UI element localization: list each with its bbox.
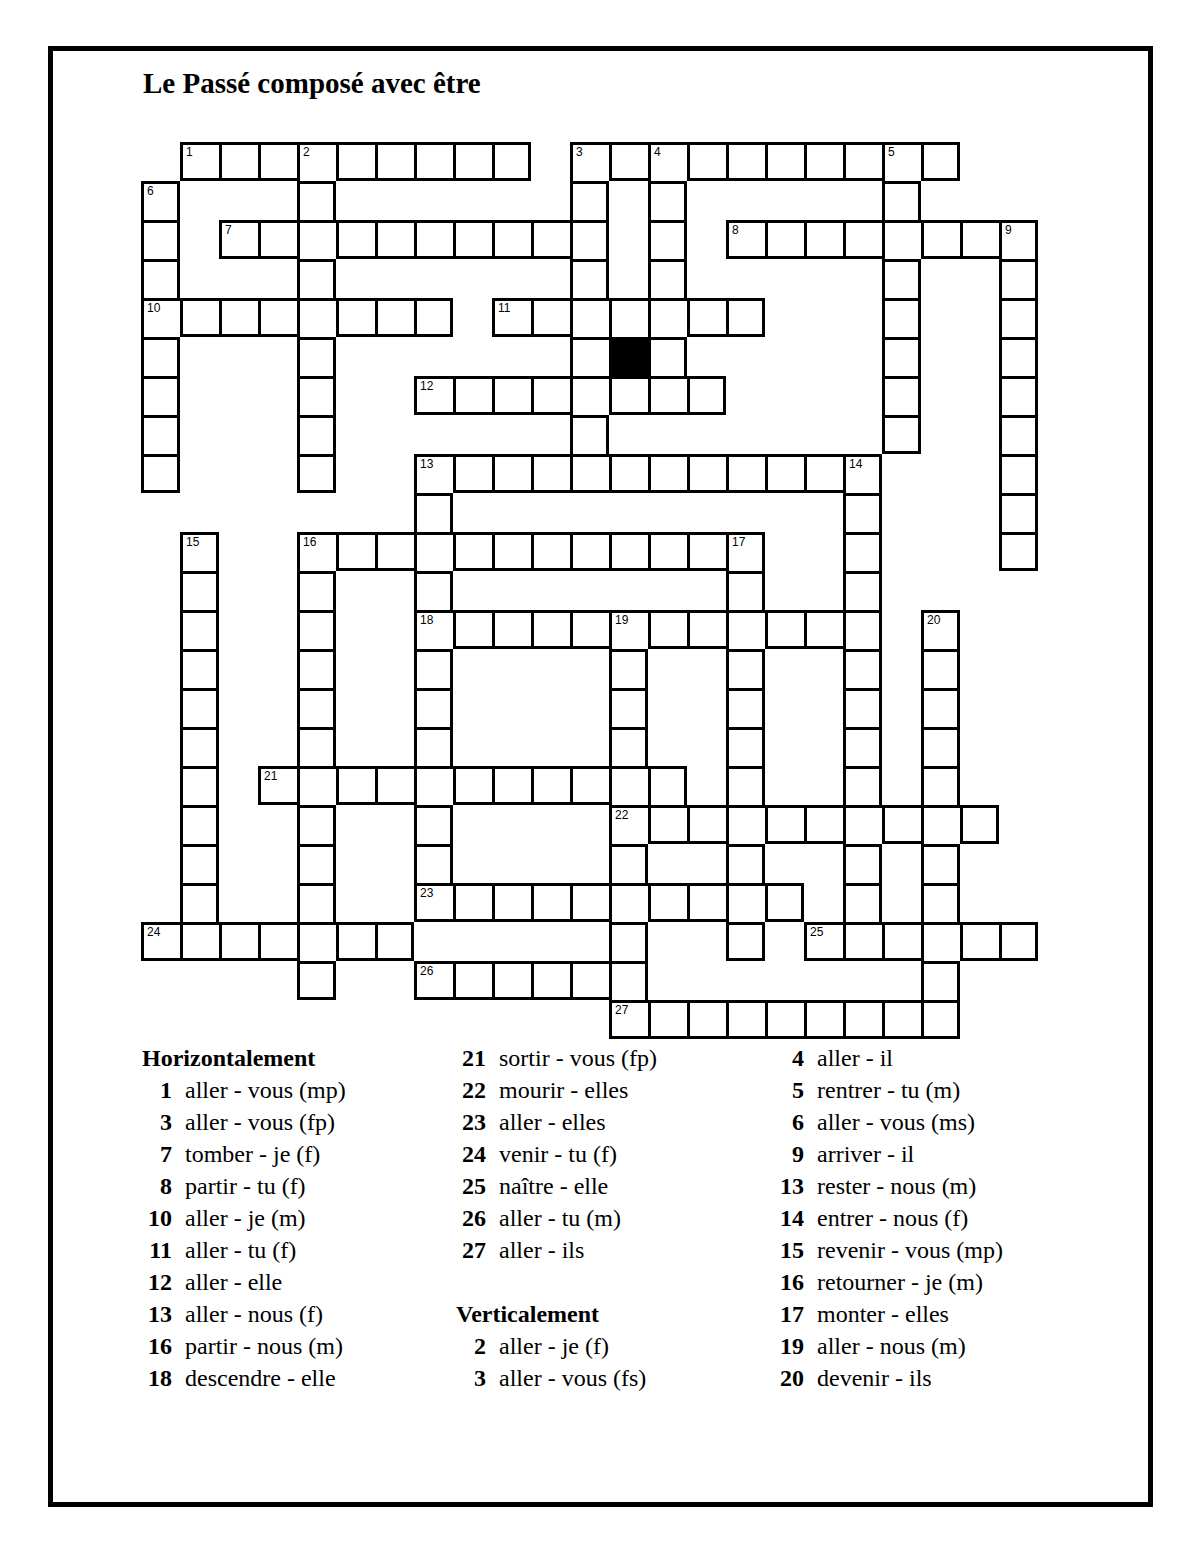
- grid-cell[interactable]: [882, 181, 921, 220]
- clue-text: aller - tu (f): [185, 1237, 296, 1263]
- grid-cell[interactable]: [180, 883, 219, 922]
- grid-cell[interactable]: [219, 142, 258, 181]
- grid-cell[interactable]: 20: [921, 610, 960, 649]
- clue-number: 8: [142, 1170, 172, 1202]
- grid-cell[interactable]: [843, 1000, 882, 1039]
- grid-cell[interactable]: [726, 1000, 765, 1039]
- grid-cell[interactable]: [960, 220, 999, 259]
- grid-cell[interactable]: [180, 805, 219, 844]
- grid-cell[interactable]: 2: [297, 142, 336, 181]
- grid-cell[interactable]: 3: [570, 142, 609, 181]
- grid-cell[interactable]: [843, 571, 882, 610]
- grid-cell[interactable]: [219, 298, 258, 337]
- grid-cell[interactable]: [297, 922, 336, 961]
- grid-cell[interactable]: [609, 454, 648, 493]
- clue-text: aller - elles: [499, 1109, 606, 1135]
- grid-number: 8: [732, 223, 739, 238]
- grid-cell[interactable]: 23: [414, 883, 453, 922]
- grid-cell[interactable]: [570, 181, 609, 220]
- clue-text: aller - nous (m): [817, 1333, 966, 1359]
- grid-cell[interactable]: [999, 376, 1038, 415]
- grid-number: 12: [420, 379, 433, 394]
- grid-cell[interactable]: [414, 493, 453, 532]
- grid-cell[interactable]: [297, 376, 336, 415]
- grid-cell[interactable]: [258, 142, 297, 181]
- grid-cell[interactable]: [843, 649, 882, 688]
- clue-number: 13: [774, 1170, 804, 1202]
- grid-number: 5: [888, 145, 895, 160]
- grid-cell[interactable]: [726, 766, 765, 805]
- grid-cell[interactable]: [921, 883, 960, 922]
- grid-cell[interactable]: [648, 805, 687, 844]
- grid-cell[interactable]: [531, 961, 570, 1000]
- grid-cell[interactable]: [570, 298, 609, 337]
- grid-cell[interactable]: [531, 220, 570, 259]
- grid-cell[interactable]: [414, 298, 453, 337]
- grid-cell[interactable]: [687, 298, 726, 337]
- grid-number: 10: [147, 301, 160, 316]
- grid-cell[interactable]: [765, 220, 804, 259]
- grid-cell[interactable]: [726, 142, 765, 181]
- grid-cell[interactable]: [141, 337, 180, 376]
- grid-cell[interactable]: [453, 766, 492, 805]
- grid-cell[interactable]: [921, 922, 960, 961]
- clue-item: 24venir - tu (f): [456, 1138, 657, 1170]
- grid-cell[interactable]: [921, 805, 960, 844]
- grid-cell[interactable]: [648, 883, 687, 922]
- grid-cell[interactable]: [726, 688, 765, 727]
- grid-cell[interactable]: [375, 532, 414, 571]
- grid-cell[interactable]: [921, 649, 960, 688]
- grid-cell[interactable]: [414, 532, 453, 571]
- grid-cell[interactable]: 4: [648, 142, 687, 181]
- grid-cell[interactable]: [180, 571, 219, 610]
- grid-cell[interactable]: [726, 805, 765, 844]
- grid-cell[interactable]: [843, 688, 882, 727]
- grid-cell[interactable]: [453, 142, 492, 181]
- grid-cell[interactable]: [453, 532, 492, 571]
- clue-item: 2aller - je (f): [456, 1330, 657, 1362]
- grid-cell[interactable]: [648, 766, 687, 805]
- grid-cell[interactable]: [999, 337, 1038, 376]
- grid-cell[interactable]: 11: [492, 298, 531, 337]
- grid-cell[interactable]: [921, 727, 960, 766]
- grid-cell[interactable]: [336, 142, 375, 181]
- clue-text: monter - elles: [817, 1301, 949, 1327]
- clue-number: 19: [774, 1330, 804, 1362]
- grid-cell[interactable]: [453, 220, 492, 259]
- grid-cell[interactable]: [843, 922, 882, 961]
- grid-cell[interactable]: [297, 961, 336, 1000]
- grid-cell[interactable]: [297, 571, 336, 610]
- grid-cell[interactable]: [531, 532, 570, 571]
- grid-cell[interactable]: 8: [726, 220, 765, 259]
- grid-cell[interactable]: [882, 259, 921, 298]
- grid-cell[interactable]: [453, 883, 492, 922]
- grid-cell[interactable]: [570, 259, 609, 298]
- grid-cell[interactable]: [999, 493, 1038, 532]
- grid-cell[interactable]: [648, 610, 687, 649]
- clue-number: 23: [456, 1106, 486, 1138]
- grid-number: 9: [1005, 223, 1012, 238]
- grid-number: 2: [303, 145, 310, 160]
- grid-cell[interactable]: [336, 220, 375, 259]
- grid-cell[interactable]: [375, 922, 414, 961]
- grid-cell[interactable]: [297, 415, 336, 454]
- grid-cell[interactable]: [687, 454, 726, 493]
- grid-cell[interactable]: [960, 805, 999, 844]
- grid-cell[interactable]: [570, 883, 609, 922]
- grid-cell[interactable]: 7: [219, 220, 258, 259]
- grid-cell[interactable]: [648, 337, 687, 376]
- clues-column-1: Horizontalement1aller - vous (mp)3aller …: [142, 1042, 346, 1394]
- grid-cell[interactable]: [180, 766, 219, 805]
- clue-item: 14entrer - nous (f): [774, 1202, 1003, 1234]
- clue-spacer: [456, 1266, 657, 1298]
- grid-cell[interactable]: [297, 883, 336, 922]
- grid-cell[interactable]: [141, 415, 180, 454]
- grid-cell[interactable]: 15: [180, 532, 219, 571]
- grid-cell[interactable]: [180, 610, 219, 649]
- grid-cell[interactable]: [297, 766, 336, 805]
- grid-cell[interactable]: [414, 805, 453, 844]
- grid-cell[interactable]: [414, 688, 453, 727]
- clue-text: mourir - elles: [499, 1077, 628, 1103]
- grid-cell[interactable]: [492, 883, 531, 922]
- grid-cell[interactable]: [687, 610, 726, 649]
- clue-text: tomber - je (f): [185, 1141, 320, 1167]
- grid-cell[interactable]: [375, 766, 414, 805]
- grid-cell[interactable]: 17: [726, 532, 765, 571]
- grid-cell[interactable]: [726, 571, 765, 610]
- grid-cell[interactable]: [297, 181, 336, 220]
- grid-cell[interactable]: [882, 337, 921, 376]
- grid-cell[interactable]: [570, 376, 609, 415]
- grid-cell[interactable]: [765, 610, 804, 649]
- grid-number: 22: [615, 808, 628, 823]
- grid-cell[interactable]: 9: [999, 220, 1038, 259]
- clue-item: 6aller - vous (ms): [774, 1106, 1003, 1138]
- grid-cell[interactable]: [843, 532, 882, 571]
- grid-cell[interactable]: [921, 844, 960, 883]
- grid-cell[interactable]: [765, 1000, 804, 1039]
- grid-cell[interactable]: [492, 376, 531, 415]
- grid-cell[interactable]: [570, 766, 609, 805]
- grid-cell[interactable]: [141, 454, 180, 493]
- grid-cell[interactable]: [960, 922, 999, 961]
- grid-cell[interactable]: [726, 922, 765, 961]
- grid-number: 27: [615, 1003, 628, 1018]
- grid-cell[interactable]: [570, 961, 609, 1000]
- grid-number: 1: [186, 145, 193, 160]
- grid-cell[interactable]: [219, 922, 258, 961]
- grid-cell[interactable]: [726, 454, 765, 493]
- clue-number: 18: [142, 1362, 172, 1394]
- grid-cell[interactable]: [570, 337, 609, 376]
- grid-cell[interactable]: [297, 610, 336, 649]
- grid-cell[interactable]: [570, 220, 609, 259]
- grid-cell[interactable]: [882, 805, 921, 844]
- grid-cell[interactable]: [882, 376, 921, 415]
- grid-cell[interactable]: [609, 298, 648, 337]
- clue-item: 12aller - elle: [142, 1266, 346, 1298]
- crossword-grid: 1234567891011121314151617181920212223242…: [141, 142, 1038, 1039]
- clue-number: 4: [774, 1042, 804, 1074]
- grid-cell[interactable]: [921, 961, 960, 1000]
- grid-cell[interactable]: [492, 961, 531, 1000]
- clue-item: 5rentrer - tu (m): [774, 1074, 1003, 1106]
- grid-cell[interactable]: [453, 610, 492, 649]
- clue-number: 16: [774, 1266, 804, 1298]
- grid-cell[interactable]: [999, 259, 1038, 298]
- grid-cell[interactable]: 10: [141, 298, 180, 337]
- grid-cell[interactable]: [609, 532, 648, 571]
- grid-cell[interactable]: [609, 688, 648, 727]
- grid-cell[interactable]: [882, 298, 921, 337]
- grid-cell[interactable]: [297, 337, 336, 376]
- grid-cell[interactable]: [765, 883, 804, 922]
- clue-item: 21sortir - vous (fp): [456, 1042, 657, 1074]
- grid-cell[interactable]: [414, 142, 453, 181]
- grid-cell[interactable]: [843, 883, 882, 922]
- grid-cell[interactable]: [492, 220, 531, 259]
- grid-cell[interactable]: [609, 766, 648, 805]
- grid-cell[interactable]: [765, 805, 804, 844]
- grid-cell[interactable]: [843, 610, 882, 649]
- grid-cell[interactable]: [492, 766, 531, 805]
- grid-cell[interactable]: [687, 376, 726, 415]
- grid-cell[interactable]: 12: [414, 376, 453, 415]
- grid-cell[interactable]: [297, 220, 336, 259]
- grid-cell[interactable]: [297, 844, 336, 883]
- grid-cell[interactable]: [648, 220, 687, 259]
- grid-cell[interactable]: [453, 376, 492, 415]
- grid-cell[interactable]: [843, 727, 882, 766]
- grid-cell[interactable]: [336, 922, 375, 961]
- grid-cell[interactable]: [531, 610, 570, 649]
- grid-cell[interactable]: 5: [882, 142, 921, 181]
- grid-cell[interactable]: [336, 766, 375, 805]
- grid-cell[interactable]: [648, 532, 687, 571]
- grid-cell[interactable]: [531, 376, 570, 415]
- clue-text: venir - tu (f): [499, 1141, 617, 1167]
- clue-item: 25naître - elle: [456, 1170, 657, 1202]
- grid-cell[interactable]: [648, 1000, 687, 1039]
- grid-cell[interactable]: [414, 571, 453, 610]
- grid-cell[interactable]: [843, 220, 882, 259]
- grid-cell[interactable]: [297, 454, 336, 493]
- grid-cell[interactable]: [414, 844, 453, 883]
- grid-cell[interactable]: [804, 454, 843, 493]
- grid-cell[interactable]: 24: [141, 922, 180, 961]
- clue-item: 8partir - tu (f): [142, 1170, 346, 1202]
- grid-cell[interactable]: [648, 298, 687, 337]
- grid-cell[interactable]: [999, 454, 1038, 493]
- grid-cell[interactable]: [180, 688, 219, 727]
- grid-cell[interactable]: [336, 532, 375, 571]
- page-title: Le Passé composé avec être: [143, 67, 481, 99]
- clue-number: 7: [142, 1138, 172, 1170]
- grid-cell[interactable]: [609, 922, 648, 961]
- grid-cell[interactable]: [765, 142, 804, 181]
- grid-cell[interactable]: [609, 883, 648, 922]
- grid-cell[interactable]: [804, 220, 843, 259]
- grid-cell[interactable]: [648, 259, 687, 298]
- clue-number: 21: [456, 1042, 486, 1074]
- grid-cell[interactable]: [726, 298, 765, 337]
- grid-cell[interactable]: 18: [414, 610, 453, 649]
- grid-cell[interactable]: [687, 532, 726, 571]
- grid-cell[interactable]: [726, 883, 765, 922]
- clue-text: aller - vous (fp): [185, 1109, 335, 1135]
- grid-cell[interactable]: [570, 532, 609, 571]
- grid-cell[interactable]: [414, 766, 453, 805]
- grid-cell[interactable]: [297, 298, 336, 337]
- grid-cell[interactable]: [648, 376, 687, 415]
- grid-cell[interactable]: [804, 142, 843, 181]
- grid-cell[interactable]: 14: [843, 454, 882, 493]
- grid-cell[interactable]: [609, 649, 648, 688]
- grid-cell[interactable]: [999, 298, 1038, 337]
- grid-cell[interactable]: [531, 298, 570, 337]
- grid-cell[interactable]: [375, 298, 414, 337]
- grid-cell[interactable]: 26: [414, 961, 453, 1000]
- grid-cell[interactable]: 16: [297, 532, 336, 571]
- clue-item: 4aller - il: [774, 1042, 1003, 1074]
- grid-cell[interactable]: [609, 142, 648, 181]
- grid-cell[interactable]: [609, 376, 648, 415]
- grid-cell[interactable]: [726, 844, 765, 883]
- grid-cell[interactable]: [492, 454, 531, 493]
- grid-cell[interactable]: [414, 727, 453, 766]
- grid-cell[interactable]: [570, 454, 609, 493]
- clue-number: 3: [142, 1106, 172, 1138]
- grid-cell[interactable]: [141, 220, 180, 259]
- grid-cell[interactable]: [882, 220, 921, 259]
- grid-cell[interactable]: [687, 805, 726, 844]
- grid-cell[interactable]: [804, 1000, 843, 1039]
- grid-cell[interactable]: [258, 298, 297, 337]
- clue-item: 26aller - tu (m): [456, 1202, 657, 1234]
- grid-cell[interactable]: [492, 610, 531, 649]
- grid-cell[interactable]: [258, 922, 297, 961]
- grid-cell[interactable]: [609, 844, 648, 883]
- grid-cell[interactable]: [999, 922, 1038, 961]
- grid-cell[interactable]: [375, 142, 414, 181]
- clue-item: 16retourner - je (m): [774, 1266, 1003, 1298]
- grid-cell[interactable]: [765, 454, 804, 493]
- grid-cell[interactable]: [180, 727, 219, 766]
- grid-cell[interactable]: [921, 688, 960, 727]
- grid-cell[interactable]: [804, 805, 843, 844]
- grid-cell[interactable]: [297, 688, 336, 727]
- grid-cell[interactable]: [999, 532, 1038, 571]
- grid-cell[interactable]: [570, 610, 609, 649]
- grid-cell[interactable]: [999, 415, 1038, 454]
- grid-cell[interactable]: [297, 259, 336, 298]
- grid-cell[interactable]: [180, 298, 219, 337]
- grid-cell[interactable]: [258, 220, 297, 259]
- grid-number: 3: [576, 145, 583, 160]
- grid-cell[interactable]: [804, 610, 843, 649]
- grid-cell[interactable]: [297, 805, 336, 844]
- clue-item: 3aller - vous (fs): [456, 1362, 657, 1394]
- grid-cell[interactable]: [531, 766, 570, 805]
- grid-cell[interactable]: [882, 415, 921, 454]
- grid-cell[interactable]: [843, 844, 882, 883]
- grid-cell[interactable]: [882, 1000, 921, 1039]
- grid-cell[interactable]: [180, 844, 219, 883]
- grid-cell[interactable]: 1: [180, 142, 219, 181]
- grid-cell[interactable]: [414, 649, 453, 688]
- grid-cell[interactable]: [921, 766, 960, 805]
- grid-cell[interactable]: [687, 1000, 726, 1039]
- grid-cell[interactable]: 19: [609, 610, 648, 649]
- grid-cell[interactable]: [531, 883, 570, 922]
- grid-cell[interactable]: [843, 142, 882, 181]
- grid-cell[interactable]: [648, 181, 687, 220]
- grid-cell[interactable]: [297, 727, 336, 766]
- grid-cell[interactable]: 21: [258, 766, 297, 805]
- clue-text: aller - je (m): [185, 1205, 306, 1231]
- clue-number: 14: [774, 1202, 804, 1234]
- grid-cell[interactable]: [492, 532, 531, 571]
- grid-cell[interactable]: [882, 922, 921, 961]
- clue-text: revenir - vous (mp): [817, 1237, 1003, 1263]
- grid-cell[interactable]: [726, 649, 765, 688]
- grid-cell[interactable]: [648, 454, 687, 493]
- grid-cell[interactable]: [921, 1000, 960, 1039]
- clue-number: 24: [456, 1138, 486, 1170]
- grid-cell[interactable]: [570, 415, 609, 454]
- grid-number: 14: [849, 457, 862, 472]
- grid-cell[interactable]: [180, 922, 219, 961]
- grid-cell[interactable]: 6: [141, 181, 180, 220]
- grid-cell[interactable]: [141, 259, 180, 298]
- grid-cell[interactable]: [843, 493, 882, 532]
- grid-cell[interactable]: 27: [609, 1000, 648, 1039]
- grid-cell[interactable]: [726, 610, 765, 649]
- grid-cell[interactable]: [492, 142, 531, 181]
- grid-cell[interactable]: [921, 220, 960, 259]
- grid-cell[interactable]: 25: [804, 922, 843, 961]
- grid-cell[interactable]: [453, 454, 492, 493]
- grid-cell[interactable]: [609, 727, 648, 766]
- grid-cell[interactable]: [141, 376, 180, 415]
- grid-number: 4: [654, 145, 661, 160]
- clue-number: 11: [142, 1234, 172, 1266]
- grid-cell[interactable]: 13: [414, 454, 453, 493]
- grid-cell[interactable]: [531, 454, 570, 493]
- grid-cell[interactable]: [687, 883, 726, 922]
- grid-cell[interactable]: [843, 805, 882, 844]
- grid-cell[interactable]: [336, 298, 375, 337]
- grid-cell[interactable]: [726, 727, 765, 766]
- grid-cell[interactable]: [609, 961, 648, 1000]
- grid-cell[interactable]: [414, 220, 453, 259]
- grid-cell[interactable]: [453, 961, 492, 1000]
- grid-cell[interactable]: [921, 142, 960, 181]
- grid-cell[interactable]: [297, 649, 336, 688]
- grid-cell[interactable]: [375, 220, 414, 259]
- grid-cell[interactable]: [843, 766, 882, 805]
- grid-number: 20: [927, 613, 940, 628]
- grid-cell[interactable]: 22: [609, 805, 648, 844]
- grid-cell[interactable]: [180, 649, 219, 688]
- clue-text: aller - vous (fs): [499, 1365, 646, 1391]
- clue-number: 22: [456, 1074, 486, 1106]
- grid-cell[interactable]: [687, 142, 726, 181]
